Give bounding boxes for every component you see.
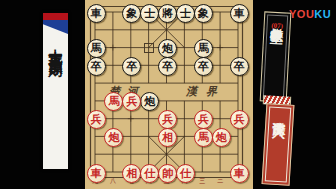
right-series-banner: 象棋教室 (07) <box>260 11 292 102</box>
river-label-right: 漢界 <box>186 84 226 99</box>
piece-red-仕[interactable]: 仕 <box>140 164 159 183</box>
piece-black-士[interactable]: 士 <box>140 4 159 23</box>
lesson-banner-frame: 诱敌深入 <box>265 106 292 182</box>
piece-black-車[interactable]: 車 <box>230 4 249 23</box>
file-number-label: 八 <box>109 177 117 186</box>
piece-black-士[interactable]: 士 <box>176 4 195 23</box>
file-number-label: 三 <box>198 177 206 186</box>
piece-black-卒[interactable]: 卒 <box>194 57 213 76</box>
youku-logo-part1: YOU <box>289 8 314 20</box>
piece-red-仕[interactable]: 仕 <box>176 164 195 183</box>
piece-red-炮[interactable]: 炮 <box>212 128 231 147</box>
piece-black-卒[interactable]: 卒 <box>87 57 106 76</box>
piece-black-炮[interactable]: 炮 <box>158 39 177 58</box>
board[interactable]: 楚河 漢界 車象士將士象車馬炮馬卒卒卒卒卒炮馬兵兵兵兵兵炮相馬炮車相仕帥仕車九八… <box>85 0 253 189</box>
piece-black-象[interactable]: 象 <box>194 4 213 23</box>
piece-red-帥[interactable]: 帥 <box>158 164 177 183</box>
piece-black-卒[interactable]: 卒 <box>230 57 249 76</box>
lesson-title: 诱敌深入 <box>271 111 288 116</box>
left-title-ribbon: 十大軍事指導原則 <box>43 13 68 169</box>
piece-red-兵[interactable]: 兵 <box>194 110 213 129</box>
piece-red-相[interactable]: 相 <box>158 128 177 147</box>
last-move-marker <box>144 43 154 53</box>
youku-logo-part2: KU <box>314 8 331 20</box>
piece-red-相[interactable]: 相 <box>122 164 141 183</box>
piece-red-車[interactable]: 車 <box>87 164 106 183</box>
episode-number: (07) <box>271 22 283 31</box>
piece-red-兵[interactable]: 兵 <box>87 110 106 129</box>
right-lesson-banner: 诱敌深入 <box>262 103 295 186</box>
left-ribbon-title: 十大軍事指導原則 <box>43 38 68 54</box>
ribbon-red-band <box>43 13 68 20</box>
piece-black-象[interactable]: 象 <box>122 4 141 23</box>
piece-black-馬[interactable]: 馬 <box>87 39 106 58</box>
video-frame: 十大軍事指導原則 楚河 漢界 車象士將士象車馬炮馬卒卒卒卒卒炮馬兵兵兵兵兵炮相馬… <box>0 0 336 189</box>
ribbon-blue-band <box>43 20 68 34</box>
piece-red-馬[interactable]: 馬 <box>194 128 213 147</box>
file-number-label: 二 <box>216 177 224 186</box>
piece-black-將[interactable]: 將 <box>158 4 177 23</box>
piece-red-兵[interactable]: 兵 <box>230 110 249 129</box>
piece-black-馬[interactable]: 馬 <box>194 39 213 58</box>
piece-black-卒[interactable]: 卒 <box>158 57 177 76</box>
youku-logo: YOUKU <box>289 8 331 20</box>
piece-black-車[interactable]: 車 <box>87 4 106 23</box>
piece-black-卒[interactable]: 卒 <box>122 57 141 76</box>
piece-red-車[interactable]: 車 <box>230 164 249 183</box>
